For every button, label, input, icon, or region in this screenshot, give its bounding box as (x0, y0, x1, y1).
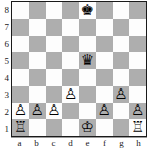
piece-white-pawn[interactable]: ♙ (47, 103, 60, 118)
square-c8[interactable] (46, 2, 63, 19)
square-g3[interactable]: ♙ (113, 86, 130, 103)
piece-white-rook[interactable]: ♖ (131, 120, 144, 135)
rank-label-6: 6 (0, 35, 11, 52)
chess-board: ♚♛♙♙♙♙♙♙♙♖♔♖ (11, 1, 147, 137)
square-g5[interactable] (113, 52, 130, 69)
square-b1[interactable] (29, 119, 46, 136)
piece-white-pawn[interactable]: ♙ (30, 103, 43, 118)
square-e7[interactable] (79, 19, 96, 36)
square-h7[interactable] (129, 19, 146, 36)
square-a4[interactable] (12, 69, 29, 86)
file-label-h: h (130, 137, 147, 149)
square-f4[interactable] (96, 69, 113, 86)
rank-label-1: 1 (0, 120, 11, 137)
square-g1[interactable] (113, 119, 130, 136)
rank-label-2: 2 (0, 103, 11, 120)
square-c3[interactable] (46, 86, 63, 103)
file-label-a: a (11, 137, 28, 149)
square-a6[interactable] (12, 36, 29, 53)
square-d1[interactable] (62, 119, 79, 136)
square-g4[interactable] (113, 69, 130, 86)
rank-label-5: 5 (0, 52, 11, 69)
square-d4[interactable] (62, 69, 79, 86)
square-e8[interactable]: ♚ (79, 2, 96, 19)
square-b3[interactable] (29, 86, 46, 103)
square-e3[interactable] (79, 86, 96, 103)
piece-white-pawn[interactable]: ♙ (114, 86, 127, 101)
file-labels: abcdefgh (11, 137, 147, 149)
file-label-g: g (113, 137, 130, 149)
square-d6[interactable] (62, 36, 79, 53)
square-g6[interactable] (113, 36, 130, 53)
square-a8[interactable] (12, 2, 29, 19)
rank-label-8: 8 (0, 1, 11, 18)
square-c4[interactable] (46, 69, 63, 86)
square-f7[interactable] (96, 19, 113, 36)
square-f6[interactable] (96, 36, 113, 53)
square-b7[interactable] (29, 19, 46, 36)
piece-white-pawn[interactable]: ♙ (64, 86, 77, 101)
square-f1[interactable] (96, 119, 113, 136)
square-e1[interactable]: ♔ (79, 119, 96, 136)
square-c6[interactable] (46, 36, 63, 53)
square-e4[interactable] (79, 69, 96, 86)
square-b8[interactable] (29, 2, 46, 19)
rank-label-3: 3 (0, 86, 11, 103)
square-e5[interactable]: ♛ (79, 52, 96, 69)
file-label-f: f (96, 137, 113, 149)
square-d7[interactable] (62, 19, 79, 36)
square-c1[interactable] (46, 119, 63, 136)
square-a1[interactable]: ♖ (12, 119, 29, 136)
chess-diagram: 87654321 ♚♛♙♙♙♙♙♙♙♖♔♖ abcdefgh (0, 1, 147, 149)
square-d8[interactable] (62, 2, 79, 19)
square-b5[interactable] (29, 52, 46, 69)
square-h3[interactable] (129, 86, 146, 103)
rank-label-4: 4 (0, 69, 11, 86)
piece-white-rook[interactable]: ♖ (14, 120, 27, 135)
file-label-c: c (45, 137, 62, 149)
piece-black-queen[interactable]: ♛ (81, 53, 94, 68)
square-c2[interactable]: ♙ (46, 103, 63, 120)
square-c7[interactable] (46, 19, 63, 36)
square-f2[interactable]: ♙ (96, 103, 113, 120)
square-d5[interactable] (62, 52, 79, 69)
square-g8[interactable] (113, 2, 130, 19)
piece-white-pawn[interactable]: ♙ (97, 103, 110, 118)
square-h6[interactable] (129, 36, 146, 53)
square-g7[interactable] (113, 19, 130, 36)
square-h8[interactable] (129, 2, 146, 19)
square-f5[interactable] (96, 52, 113, 69)
file-label-b: b (28, 137, 45, 149)
square-e2[interactable] (79, 103, 96, 120)
file-label-d: d (62, 137, 79, 149)
square-f3[interactable] (96, 86, 113, 103)
square-a7[interactable] (12, 19, 29, 36)
square-f8[interactable] (96, 2, 113, 19)
piece-white-king[interactable]: ♔ (81, 120, 94, 135)
square-h1[interactable]: ♖ (129, 119, 146, 136)
square-h5[interactable] (129, 52, 146, 69)
square-c5[interactable] (46, 52, 63, 69)
square-d3[interactable]: ♙ (62, 86, 79, 103)
square-b2[interactable]: ♙ (29, 103, 46, 120)
piece-black-king[interactable]: ♚ (81, 2, 94, 17)
rank-label-7: 7 (0, 18, 11, 35)
square-a5[interactable] (12, 52, 29, 69)
square-b4[interactable] (29, 69, 46, 86)
square-e6[interactable] (79, 36, 96, 53)
square-a3[interactable] (12, 86, 29, 103)
piece-white-pawn[interactable]: ♙ (131, 103, 144, 118)
square-d2[interactable] (62, 103, 79, 120)
square-b6[interactable] (29, 36, 46, 53)
square-h4[interactable] (129, 69, 146, 86)
rank-labels: 87654321 (0, 1, 11, 137)
square-h2[interactable]: ♙ (129, 103, 146, 120)
square-a2[interactable]: ♙ (12, 103, 29, 120)
file-label-e: e (79, 137, 96, 149)
square-g2[interactable] (113, 103, 130, 120)
piece-white-pawn[interactable]: ♙ (14, 103, 27, 118)
